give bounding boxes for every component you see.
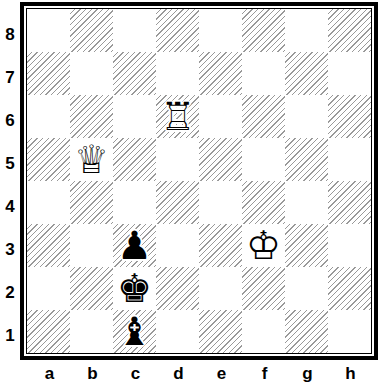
square-h8[interactable]: [328, 9, 371, 52]
rank-label-8: 8: [0, 13, 20, 56]
square-e1[interactable]: [199, 310, 242, 353]
square-d8[interactable]: [156, 9, 199, 52]
square-f8[interactable]: [242, 9, 285, 52]
black-pawn-c3: ♟: [113, 224, 156, 267]
square-d5[interactable]: [156, 138, 199, 181]
square-f4[interactable]: [242, 181, 285, 224]
rank-label-5: 5: [0, 142, 20, 185]
file-label-b: b: [71, 361, 114, 387]
square-f7[interactable]: [242, 52, 285, 95]
square-g4[interactable]: [285, 181, 328, 224]
square-c7[interactable]: [113, 52, 156, 95]
square-h4[interactable]: [328, 181, 371, 224]
file-label-d: d: [157, 361, 200, 387]
square-d1[interactable]: [156, 310, 199, 353]
square-e4[interactable]: [199, 181, 242, 224]
rank-label-7: 7: [0, 56, 20, 99]
file-label-f: f: [243, 361, 286, 387]
square-f3[interactable]: ♔: [242, 224, 285, 267]
file-label-e: e: [200, 361, 243, 387]
square-c6[interactable]: [113, 95, 156, 138]
square-g7[interactable]: [285, 52, 328, 95]
square-h6[interactable]: [328, 95, 371, 138]
rank-label-6: 6: [0, 99, 20, 142]
square-h5[interactable]: [328, 138, 371, 181]
square-a7[interactable]: [27, 52, 70, 95]
square-d4[interactable]: [156, 181, 199, 224]
board-inner-border: ♖♕♟♔♚♝: [26, 8, 372, 354]
square-a3[interactable]: [27, 224, 70, 267]
square-e7[interactable]: [199, 52, 242, 95]
square-b1[interactable]: [70, 310, 113, 353]
rank-labels: 87654321: [0, 13, 20, 357]
rank-label-4: 4: [0, 185, 20, 228]
square-g5[interactable]: [285, 138, 328, 181]
square-g8[interactable]: [285, 9, 328, 52]
square-c2[interactable]: ♚: [113, 267, 156, 310]
rank-label-3: 3: [0, 228, 20, 271]
square-c3[interactable]: ♟: [113, 224, 156, 267]
square-b8[interactable]: [70, 9, 113, 52]
square-d3[interactable]: [156, 224, 199, 267]
file-label-h: h: [329, 361, 372, 387]
square-f2[interactable]: [242, 267, 285, 310]
square-g1[interactable]: [285, 310, 328, 353]
square-f6[interactable]: [242, 95, 285, 138]
white-queen-b5: ♕: [70, 138, 113, 181]
square-b6[interactable]: [70, 95, 113, 138]
square-d7[interactable]: [156, 52, 199, 95]
square-c8[interactable]: [113, 9, 156, 52]
square-g2[interactable]: [285, 267, 328, 310]
square-e5[interactable]: [199, 138, 242, 181]
file-label-a: a: [28, 361, 71, 387]
square-e2[interactable]: [199, 267, 242, 310]
square-h7[interactable]: [328, 52, 371, 95]
square-g6[interactable]: [285, 95, 328, 138]
square-g3[interactable]: [285, 224, 328, 267]
file-label-g: g: [286, 361, 329, 387]
file-label-c: c: [114, 361, 157, 387]
square-c4[interactable]: [113, 181, 156, 224]
square-a4[interactable]: [27, 181, 70, 224]
white-rook-d6: ♖: [156, 95, 199, 138]
square-f5[interactable]: [242, 138, 285, 181]
board-border: ♖♕♟♔♚♝: [20, 2, 378, 360]
square-c1[interactable]: ♝: [113, 310, 156, 353]
square-b3[interactable]: [70, 224, 113, 267]
square-b5[interactable]: ♕: [70, 138, 113, 181]
square-a6[interactable]: [27, 95, 70, 138]
square-e3[interactable]: [199, 224, 242, 267]
rank-label-2: 2: [0, 271, 20, 314]
square-b4[interactable]: [70, 181, 113, 224]
square-d6[interactable]: ♖: [156, 95, 199, 138]
square-c5[interactable]: [113, 138, 156, 181]
square-d2[interactable]: [156, 267, 199, 310]
square-a5[interactable]: [27, 138, 70, 181]
rank-label-1: 1: [0, 314, 20, 357]
square-e8[interactable]: [199, 9, 242, 52]
square-a1[interactable]: [27, 310, 70, 353]
black-king-c2: ♚: [113, 267, 156, 310]
square-h3[interactable]: [328, 224, 371, 267]
white-king-f3: ♔: [242, 224, 285, 267]
square-h2[interactable]: [328, 267, 371, 310]
chess-board: ♖♕♟♔♚♝: [27, 9, 371, 353]
square-e6[interactable]: [199, 95, 242, 138]
square-a2[interactable]: [27, 267, 70, 310]
square-a8[interactable]: [27, 9, 70, 52]
black-bishop-c1: ♝: [113, 310, 156, 353]
square-h1[interactable]: [328, 310, 371, 353]
chess-diagram: 87654321 ♖♕♟♔♚♝ abcdefgh: [0, 0, 385, 388]
square-f1[interactable]: [242, 310, 285, 353]
file-labels: abcdefgh: [28, 361, 372, 387]
square-b7[interactable]: [70, 52, 113, 95]
square-b2[interactable]: [70, 267, 113, 310]
